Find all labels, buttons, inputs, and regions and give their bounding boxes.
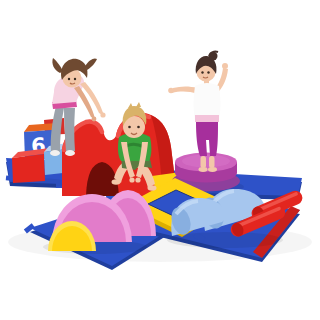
boy-hair-spike <box>136 102 141 107</box>
girl-right-hand <box>168 88 174 94</box>
girl-right-leggings <box>196 122 218 156</box>
boy-hair-spike <box>128 103 133 108</box>
girl-left-hand <box>100 112 105 117</box>
girl-right-hand <box>222 63 228 69</box>
girl-left-pigtail <box>52 58 63 73</box>
girl-left-leg <box>64 108 75 151</box>
girl-right-eye <box>201 71 203 73</box>
boy-eye <box>128 126 131 129</box>
boy-hand <box>129 177 134 182</box>
girl-left-foot <box>50 150 60 156</box>
girl-right-shin <box>209 156 215 168</box>
boy-eye <box>137 126 140 129</box>
boy-foot <box>148 185 157 191</box>
girl-right-foot <box>199 167 208 172</box>
girl-left-eye <box>68 78 70 80</box>
soft-play-scene: 6 <box>0 0 320 320</box>
girl-right-top-hem <box>195 115 219 122</box>
boy-foot <box>112 179 121 185</box>
girl-left-eye <box>74 78 76 80</box>
product-photo: 6 <box>0 0 320 320</box>
girl-right-shin <box>201 156 207 168</box>
girl-left-pigtail <box>85 58 97 70</box>
girl-right-eye <box>207 71 209 73</box>
boy-hand <box>135 177 140 182</box>
girl-left-hand <box>92 117 97 122</box>
red-step-front <box>12 154 45 183</box>
girl-right-foot <box>208 167 217 172</box>
girl-left-foot <box>65 150 75 156</box>
